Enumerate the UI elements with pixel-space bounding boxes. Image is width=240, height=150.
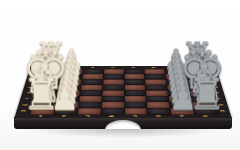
square-a5[interactable] [124, 69, 144, 74]
square-h3[interactable] [78, 108, 101, 114]
chess-board: 12345678 12345678 abcdefgh abcdefgh ♜♟♟♜… [14, 66, 232, 118]
square-c3[interactable] [81, 79, 102, 84]
square-f6[interactable] [147, 96, 169, 102]
square-h7[interactable]: ♟ [171, 108, 194, 114]
chess-set-photo: 12345678 12345678 abcdefgh abcdefgh ♜♟♟♜… [0, 0, 240, 150]
square-d5[interactable] [124, 85, 145, 90]
board-scene: 12345678 12345678 abcdefgh abcdefgh ♜♟♟♜… [23, 0, 223, 150]
piece-black-pawn[interactable]: ♟ [168, 84, 197, 115]
square-f3[interactable] [79, 96, 101, 102]
square-c6[interactable] [146, 79, 167, 84]
square-c5[interactable] [124, 79, 145, 84]
square-e6[interactable] [146, 90, 168, 96]
square-d3[interactable] [81, 85, 102, 90]
square-g4[interactable] [101, 102, 123, 108]
square-g5[interactable] [125, 102, 147, 108]
square-e4[interactable] [102, 90, 123, 96]
square-h2[interactable]: ♟ [54, 108, 77, 114]
square-d6[interactable] [146, 85, 167, 90]
square-f5[interactable] [125, 96, 147, 102]
square-f4[interactable] [102, 96, 124, 102]
square-g6[interactable] [147, 102, 169, 108]
square-e5[interactable] [125, 90, 146, 96]
board-grid: ♜♟♟♜♞♟♟♞♝♟♟♝♛♟♟♛♚♟♟♚♝♟♟♝♞♟♟♞♜♟♟♜ [29, 69, 219, 115]
square-h6[interactable] [148, 108, 171, 114]
square-h5[interactable] [125, 108, 147, 114]
piece-white-pawn[interactable]: ♟ [51, 84, 80, 115]
square-a6[interactable] [145, 69, 165, 74]
square-e3[interactable] [80, 90, 102, 96]
square-c4[interactable] [103, 79, 124, 84]
square-a3[interactable] [83, 69, 103, 74]
square-h4[interactable] [101, 108, 123, 114]
square-g3[interactable] [78, 102, 100, 108]
square-d4[interactable] [103, 85, 124, 90]
square-a4[interactable] [104, 69, 124, 74]
